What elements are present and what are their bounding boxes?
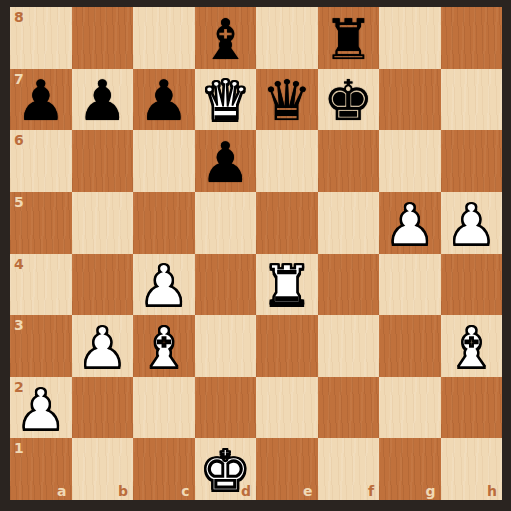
square-a6[interactable]: 6 [10, 130, 72, 192]
square-b7[interactable]: ♟ [72, 69, 134, 131]
square-f5[interactable] [318, 192, 380, 254]
square-g5[interactable]: ♟ [379, 192, 441, 254]
file-label-a: a [57, 484, 66, 498]
square-a2[interactable]: 2♟ [10, 377, 72, 439]
piece-glyph: ♛ [262, 73, 312, 129]
square-d8[interactable]: ♝ [195, 7, 257, 69]
piece-glyph: ♟ [385, 197, 435, 253]
square-e5[interactable] [256, 192, 318, 254]
square-g8[interactable] [379, 7, 441, 69]
rank-label-4: 4 [14, 257, 24, 271]
square-f6[interactable] [318, 130, 380, 192]
square-c7[interactable]: ♟ [133, 69, 195, 131]
chess-board: 8♝♜7♟♟♟♛♛♚6♟5♟♟4♟♜3♟♝♝2♟1abcd♚efgh [10, 7, 502, 500]
square-b4[interactable] [72, 254, 134, 316]
square-f7[interactable]: ♚ [318, 69, 380, 131]
white-queen-icon[interactable]: ♛ [195, 69, 257, 131]
square-h3[interactable]: ♝ [441, 315, 503, 377]
square-e6[interactable] [256, 130, 318, 192]
piece-glyph: ♜ [262, 258, 312, 314]
square-d5[interactable] [195, 192, 257, 254]
square-b6[interactable] [72, 130, 134, 192]
black-pawn-icon[interactable]: ♟ [72, 69, 134, 131]
black-king-icon[interactable]: ♚ [318, 69, 380, 131]
white-pawn-icon[interactable]: ♟ [72, 315, 134, 377]
piece-glyph: ♟ [77, 73, 127, 129]
file-label-h: h [487, 484, 497, 498]
rank-label-5: 5 [14, 195, 24, 209]
square-h5[interactable]: ♟ [441, 192, 503, 254]
square-h6[interactable] [441, 130, 503, 192]
piece-glyph: ♜ [323, 12, 373, 68]
square-d1[interactable]: d♚ [195, 438, 257, 500]
square-a1[interactable]: 1a [10, 438, 72, 500]
rank-label-3: 3 [14, 318, 24, 332]
black-rook-icon[interactable]: ♜ [318, 7, 380, 69]
black-pawn-icon[interactable]: ♟ [195, 130, 257, 192]
square-f2[interactable] [318, 377, 380, 439]
square-d6[interactable]: ♟ [195, 130, 257, 192]
square-d2[interactable] [195, 377, 257, 439]
square-b1[interactable]: b [72, 438, 134, 500]
square-c8[interactable] [133, 7, 195, 69]
rank-label-8: 8 [14, 10, 24, 24]
white-pawn-icon[interactable]: ♟ [379, 192, 441, 254]
square-e2[interactable] [256, 377, 318, 439]
black-queen-icon[interactable]: ♛ [256, 69, 318, 131]
file-label-g: g [425, 484, 435, 498]
piece-glyph: ♟ [446, 197, 496, 253]
piece-glyph: ♛ [200, 73, 250, 129]
piece-glyph: ♟ [139, 258, 189, 314]
square-h7[interactable] [441, 69, 503, 131]
square-g1[interactable]: g [379, 438, 441, 500]
square-f8[interactable]: ♜ [318, 7, 380, 69]
square-d3[interactable] [195, 315, 257, 377]
square-f4[interactable] [318, 254, 380, 316]
file-label-b: b [118, 484, 128, 498]
square-b5[interactable] [72, 192, 134, 254]
square-g3[interactable] [379, 315, 441, 377]
black-pawn-icon[interactable]: ♟ [10, 69, 72, 131]
file-label-f: f [368, 484, 374, 498]
square-h8[interactable] [441, 7, 503, 69]
piece-glyph: ♟ [16, 382, 66, 438]
square-h1[interactable]: h [441, 438, 503, 500]
piece-glyph: ♟ [200, 135, 250, 191]
piece-glyph: ♝ [139, 320, 189, 376]
square-c4[interactable]: ♟ [133, 254, 195, 316]
square-b8[interactable] [72, 7, 134, 69]
white-pawn-icon[interactable]: ♟ [441, 192, 503, 254]
square-d7[interactable]: ♛ [195, 69, 257, 131]
square-h4[interactable] [441, 254, 503, 316]
square-b3[interactable]: ♟ [72, 315, 134, 377]
black-pawn-icon[interactable]: ♟ [133, 69, 195, 131]
square-e7[interactable]: ♛ [256, 69, 318, 131]
square-a3[interactable]: 3 [10, 315, 72, 377]
square-g7[interactable] [379, 69, 441, 131]
white-bishop-icon[interactable]: ♝ [133, 315, 195, 377]
white-bishop-icon[interactable]: ♝ [441, 315, 503, 377]
square-g2[interactable] [379, 377, 441, 439]
rank-label-1: 1 [14, 441, 24, 455]
piece-glyph: ♝ [446, 320, 496, 376]
piece-glyph: ♚ [323, 73, 373, 129]
piece-glyph: ♝ [200, 12, 250, 68]
piece-glyph: ♟ [16, 73, 66, 129]
square-b2[interactable] [72, 377, 134, 439]
piece-glyph: ♚ [200, 443, 250, 499]
square-g4[interactable] [379, 254, 441, 316]
white-pawn-icon[interactable]: ♟ [10, 377, 72, 439]
piece-glyph: ♟ [77, 320, 127, 376]
file-label-c: c [181, 484, 189, 498]
square-d4[interactable] [195, 254, 257, 316]
white-rook-icon[interactable]: ♜ [256, 254, 318, 316]
square-a8[interactable]: 8 [10, 7, 72, 69]
square-c6[interactable] [133, 130, 195, 192]
white-pawn-icon[interactable]: ♟ [133, 254, 195, 316]
square-c1[interactable]: c [133, 438, 195, 500]
square-e1[interactable]: e [256, 438, 318, 500]
piece-glyph: ♟ [139, 73, 189, 129]
square-a7[interactable]: 7♟ [10, 69, 72, 131]
square-g6[interactable] [379, 130, 441, 192]
square-f3[interactable] [318, 315, 380, 377]
square-c5[interactable] [133, 192, 195, 254]
square-h2[interactable] [441, 377, 503, 439]
white-king-icon[interactable]: ♚ [195, 438, 257, 500]
square-e3[interactable] [256, 315, 318, 377]
square-e8[interactable] [256, 7, 318, 69]
square-a5[interactable]: 5 [10, 192, 72, 254]
rank-label-6: 6 [14, 133, 24, 147]
file-label-e: e [303, 484, 313, 498]
board-frame: 8♝♜7♟♟♟♛♛♚6♟5♟♟4♟♜3♟♝♝2♟1abcd♚efgh [0, 0, 511, 511]
black-bishop-icon[interactable]: ♝ [195, 7, 257, 69]
square-e4[interactable]: ♜ [256, 254, 318, 316]
square-c3[interactable]: ♝ [133, 315, 195, 377]
square-f1[interactable]: f [318, 438, 380, 500]
square-c2[interactable] [133, 377, 195, 439]
square-a4[interactable]: 4 [10, 254, 72, 316]
